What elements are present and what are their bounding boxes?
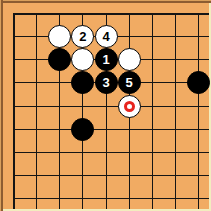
- intersection: 4: [94, 25, 117, 48]
- black-stone: [71, 71, 94, 94]
- intersection: [25, 2, 48, 25]
- intersection: [71, 71, 94, 94]
- move-number: 3: [102, 76, 109, 89]
- intersection: [48, 118, 71, 141]
- intersection: [71, 141, 94, 164]
- black-stone: [48, 48, 71, 71]
- white-stone: [48, 25, 71, 48]
- intersection: [118, 187, 141, 210]
- intersection: [25, 94, 48, 117]
- intersection: [48, 25, 71, 48]
- intersection: [141, 25, 164, 48]
- intersection: [141, 118, 164, 141]
- intersection: [71, 164, 94, 187]
- intersection: [164, 164, 187, 187]
- intersection: [25, 48, 48, 71]
- intersection: [48, 94, 71, 117]
- intersection: [118, 94, 141, 117]
- intersection: [164, 48, 187, 71]
- black-stone: 1: [95, 48, 118, 71]
- intersection: [164, 71, 187, 94]
- intersection: [25, 71, 48, 94]
- intersection: [25, 25, 48, 48]
- move-number: 2: [79, 30, 86, 43]
- black-stone: 3: [95, 71, 118, 94]
- intersection: [141, 164, 164, 187]
- intersection: [141, 187, 164, 210]
- intersection: 2: [71, 25, 94, 48]
- intersection: [25, 141, 48, 164]
- intersection: [141, 2, 164, 25]
- black-stone: [187, 71, 210, 94]
- intersection: [71, 94, 94, 117]
- black-stone: [71, 118, 94, 141]
- intersection: [2, 48, 25, 71]
- intersection: 5: [118, 71, 141, 94]
- intersection: [25, 164, 48, 187]
- intersection: [2, 118, 25, 141]
- intersection: [94, 118, 117, 141]
- intersection: [71, 48, 94, 71]
- intersection: [94, 187, 117, 210]
- intersection: [164, 187, 187, 210]
- intersection: [48, 2, 71, 25]
- intersection: [141, 48, 164, 71]
- intersection: [2, 71, 25, 94]
- intersection: [164, 94, 187, 117]
- intersection: [141, 71, 164, 94]
- intersection: [94, 164, 117, 187]
- white-stone: [118, 48, 141, 71]
- intersection: [48, 71, 71, 94]
- intersection: [25, 187, 48, 210]
- go-board: 24135: [2, 2, 210, 210]
- intersection: [164, 118, 187, 141]
- intersection: 3: [94, 71, 117, 94]
- intersection: [48, 141, 71, 164]
- intersection: [118, 2, 141, 25]
- intersection: [141, 94, 164, 117]
- intersection: [48, 187, 71, 210]
- intersection: [71, 187, 94, 210]
- intersection: [164, 141, 187, 164]
- intersection: [187, 2, 210, 25]
- intersection: [71, 2, 94, 25]
- white-stone: 2: [71, 25, 94, 48]
- intersection: [118, 25, 141, 48]
- intersection: [164, 2, 187, 25]
- intersection: [2, 141, 25, 164]
- intersection: [48, 164, 71, 187]
- intersection: [2, 25, 25, 48]
- intersection: [187, 48, 210, 71]
- intersection: [187, 25, 210, 48]
- intersection: [2, 94, 25, 117]
- intersection: [2, 164, 25, 187]
- intersection: [94, 141, 117, 164]
- intersection: [187, 164, 210, 187]
- intersection: 1: [94, 48, 117, 71]
- intersection: [2, 2, 25, 25]
- intersection: [71, 118, 94, 141]
- white-stone: [118, 95, 141, 118]
- go-board-diagram: 24135: [0, 0, 211, 211]
- intersection: [164, 25, 187, 48]
- intersection: [48, 48, 71, 71]
- intersection: [118, 48, 141, 71]
- white-stone: [71, 48, 94, 71]
- board-frame-left: [1, 0, 3, 211]
- red-circle-marker-icon: [124, 101, 135, 112]
- board-frame-top: [0, 1, 211, 3]
- intersection: [187, 187, 210, 210]
- intersection: [94, 94, 117, 117]
- intersection: [118, 118, 141, 141]
- intersection: [141, 141, 164, 164]
- intersection: [94, 2, 117, 25]
- move-number: 5: [126, 76, 133, 89]
- intersection: [118, 164, 141, 187]
- black-stone: 5: [118, 71, 141, 94]
- move-number: 4: [102, 30, 109, 43]
- intersection: [187, 141, 210, 164]
- intersection: [187, 71, 210, 94]
- intersection: [118, 141, 141, 164]
- intersection: [187, 94, 210, 117]
- intersection: [187, 118, 210, 141]
- move-number: 1: [102, 53, 109, 66]
- white-stone: 4: [95, 25, 118, 48]
- intersection: [25, 118, 48, 141]
- intersection: [2, 187, 25, 210]
